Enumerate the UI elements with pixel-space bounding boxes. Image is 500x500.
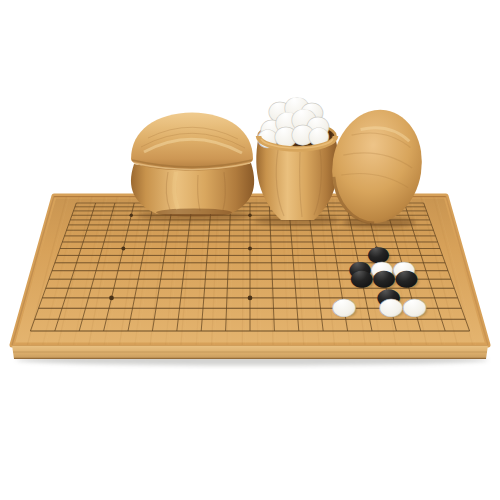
right-bowl-open: ●●●●●●●●●●● [256, 89, 338, 220]
board-front-edge [12, 345, 488, 359]
left-bowl-closed [131, 113, 254, 217]
go-board-scene: ●●●●●●●●●●● ●●●●●●●●●●● [0, 0, 500, 500]
star-point [248, 296, 253, 301]
left-bowl-lid-dome [131, 113, 253, 171]
left-bowl-base-shade [156, 209, 232, 217]
star-point [130, 214, 133, 217]
star-point [121, 247, 125, 251]
black-stone: ● [349, 264, 374, 290]
left-bowl-body [131, 163, 254, 214]
go-set-product-photo: ●●●●●●●●●●● ●●●●●●●●●●● [0, 0, 500, 500]
white-stone: ● [401, 293, 427, 320]
star-point [109, 296, 114, 301]
white-stone: ● [378, 293, 404, 320]
white-stone: ● [331, 293, 357, 320]
star-point [248, 247, 252, 251]
